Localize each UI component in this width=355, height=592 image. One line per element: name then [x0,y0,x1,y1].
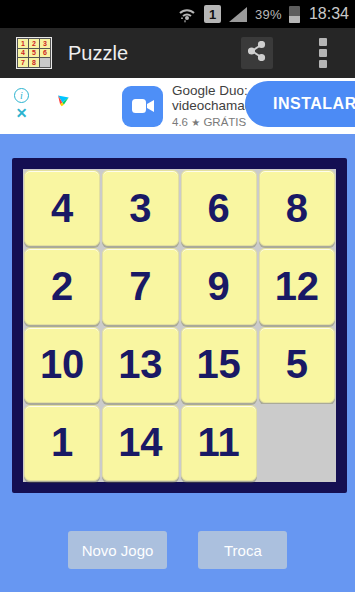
battery-icon [289,6,300,23]
status-bar: 1 39% 18:34 [0,0,355,28]
share-button[interactable] [241,37,273,69]
info-icon[interactable]: i [14,88,29,103]
tile-11[interactable]: 11 [181,405,257,481]
status-clock: 18:34 [309,5,349,23]
tile-3[interactable]: 3 [102,170,178,246]
tile-2[interactable]: 2 [24,248,100,324]
share-icon [248,41,266,65]
tile-10[interactable]: 10 [24,327,100,403]
star-icon: ★ [191,117,200,128]
puzzle-board: 436827912101315511411 [12,158,347,493]
tile-5[interactable]: 5 [259,327,335,403]
tile-15[interactable]: 15 [181,327,257,403]
app-icon: 12345678 [16,37,52,69]
tile-13[interactable]: 13 [102,327,178,403]
tile-1[interactable]: 1 [24,405,100,481]
signal-icon [228,6,248,23]
empty-cell [258,404,336,482]
button-row: Novo Jogo Troca [0,531,355,569]
ad-banner[interactable]: i ✕ Google Duo: videochamada... 4.6 ★ GR… [0,78,355,134]
close-icon[interactable]: ✕ [16,107,28,119]
tile-6[interactable]: 6 [181,170,257,246]
google-play-icon [56,94,71,109]
page-title: Puzzle [68,42,241,65]
install-button[interactable]: INSTALAR [245,81,355,127]
duo-icon [122,86,163,127]
new-game-button[interactable]: Novo Jogo [68,531,168,569]
overflow-menu-icon [319,38,327,46]
tile-7[interactable]: 7 [102,248,178,324]
sim-icon: 1 [204,5,221,23]
tile-9[interactable]: 9 [181,248,257,324]
overflow-menu-button[interactable] [315,34,331,72]
tile-14[interactable]: 14 [102,405,178,481]
tile-8[interactable]: 8 [259,170,335,246]
phone-screen: 1 39% 18:34 12345678 Puzzle [0,0,355,592]
swap-button[interactable]: Troca [198,531,287,569]
tile-12[interactable]: 12 [259,248,335,324]
wifi-icon [177,5,197,24]
tile-4[interactable]: 4 [24,170,100,246]
board-grid: 436827912101315511411 [23,169,336,482]
battery-percent: 39% [255,7,282,22]
app-bar: 12345678 Puzzle [0,28,355,78]
